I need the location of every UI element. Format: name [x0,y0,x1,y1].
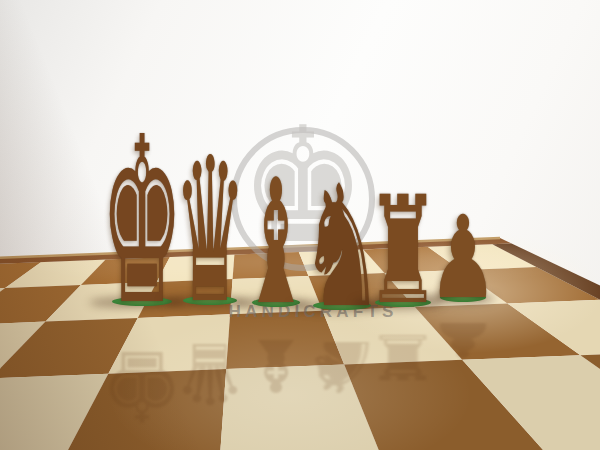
pawn-glyph: ♟ [428,201,497,315]
piece-lineup: ♚ ♚ ♛ ♛ ♝ ♝ ♞ ♞ ♜ ♜ [0,0,600,450]
product-photo-scene: ♚ HANDICRAFTS ♚ ♚ ♛ ♛ ♝ ♝ ♞ ♞ [0,0,600,450]
